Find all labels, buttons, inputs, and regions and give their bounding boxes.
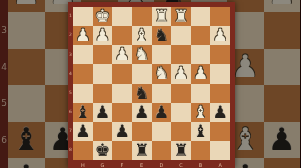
file-label-h: H [73,161,93,168]
square-a6[interactable]: ♟ [210,103,230,122]
white-pawn[interactable]: ♟ [114,46,129,63]
square-h7[interactable]: ♟ [73,122,93,141]
bg-square-a4 [264,49,301,86]
square-e1[interactable] [132,7,152,26]
square-a4[interactable] [210,64,230,83]
black-pawn[interactable]: ♟ [213,103,228,120]
black-knight[interactable]: ♞ [154,27,169,44]
square-a3[interactable] [210,45,230,64]
white-pawn[interactable]: ♟ [95,27,110,44]
bg-white-pawn: ♟ [231,51,259,82]
black-pawn[interactable]: ♟ [154,103,169,120]
black-pawn[interactable]: ♟ [95,103,110,120]
bg-black-pawn: ♟ [268,124,296,155]
square-h1[interactable] [73,7,93,26]
bg-rank-label-5: 5 [0,85,8,122]
background-rank-labels: 12345678 [0,0,8,168]
file-label-e: E [132,161,152,168]
white-pawn[interactable]: ♟ [173,65,188,82]
bg-black-bishop: ♝ [231,160,259,168]
square-c6[interactable] [171,103,191,122]
white-pawn[interactable]: ♟ [75,27,90,44]
square-b8[interactable] [191,141,211,160]
square-d4[interactable]: ♞ [152,64,172,83]
bg-square-h6: ♝ [8,122,45,159]
black-bishop[interactable]: ♝ [193,122,208,139]
bg-rank-label-7: 7 [0,158,8,168]
square-e5[interactable]: ♞ [132,84,152,103]
bg-rank-label-4: 4 [0,49,8,86]
bg-square-a3 [264,12,301,49]
square-d7[interactable] [152,122,172,141]
video-frame: 12345678 ♚♜♜♟♟♝♞♟♟♞♞♟♟♞♝♟♟♟♝♟♟♟♝♚♜♜ 1234… [0,0,300,168]
square-g6[interactable]: ♟ [93,103,113,122]
square-b6[interactable]: ♝ [191,103,211,122]
square-a7[interactable] [210,122,230,141]
square-b7[interactable]: ♝ [191,122,211,141]
square-h2[interactable]: ♟ [73,26,93,45]
background-board-left-frame: 12345678 [0,0,8,168]
bg-rank-label-3: 3 [0,12,8,49]
square-f4[interactable] [112,64,132,83]
square-f3[interactable]: ♟ [112,45,132,64]
black-pawn[interactable]: ♟ [75,122,90,139]
black-bishop[interactable]: ♝ [75,103,90,120]
file-label-f: F [112,161,132,168]
file-label-b: B [191,161,211,168]
square-g2[interactable]: ♟ [93,26,113,45]
bg-black-bishop: ♝ [12,124,40,155]
white-bishop[interactable]: ♝ [134,27,149,44]
square-e6[interactable]: ♟ [132,103,152,122]
square-h8[interactable] [73,141,93,160]
file-labels: HGFEDCBA [73,161,230,168]
square-e2[interactable]: ♝ [132,26,152,45]
square-e7[interactable] [132,122,152,141]
bg-square-a5 [264,85,301,122]
bg-white-bishop: ♝ [231,124,259,155]
square-b5[interactable] [191,84,211,103]
white-king[interactable]: ♚ [95,8,110,25]
square-d8[interactable] [152,141,172,160]
white-rook[interactable]: ♜ [154,8,169,25]
black-pawn[interactable]: ♟ [114,122,129,139]
bg-rank-label-2: 2 [0,0,8,12]
square-c3[interactable] [171,45,191,64]
chess-board-panel: 12345678 ♚♜♜♟♟♝♞♟♟♞♞♟♟♞♝♟♟♟♝♟♟♟♝♚♜♜ HGFE… [68,2,235,168]
square-g5[interactable] [93,84,113,103]
bg-rank-label-6: 6 [0,122,8,159]
square-a1[interactable] [210,7,230,26]
black-pawn[interactable]: ♟ [134,103,149,120]
square-g4[interactable] [93,64,113,83]
square-g8[interactable]: ♚ [93,141,113,160]
square-b4[interactable]: ♟ [191,64,211,83]
bg-white-pawn: ♟ [12,0,40,9]
file-label-g: G [93,161,113,168]
white-knight[interactable]: ♞ [154,65,169,82]
black-knight[interactable]: ♞ [134,84,149,101]
bg-square-h2: ♟ [8,0,45,12]
bg-square-h7: ♟ [8,158,45,168]
white-bishop[interactable]: ♝ [193,103,208,120]
square-e8[interactable]: ♜ [132,141,152,160]
black-rook[interactable]: ♜ [134,141,149,158]
square-a2[interactable]: ♟ [210,26,230,45]
file-label-a: A [210,161,230,168]
white-rook[interactable]: ♜ [173,8,188,25]
square-h3[interactable] [73,45,93,64]
square-e4[interactable] [132,64,152,83]
black-king[interactable]: ♚ [95,141,110,158]
square-f6[interactable] [112,103,132,122]
bg-square-a7 [264,158,301,168]
square-b2[interactable] [191,26,211,45]
square-f1[interactable] [112,7,132,26]
bg-black-pawn: ♟ [12,160,40,168]
square-f7[interactable]: ♟ [112,122,132,141]
square-g1[interactable]: ♚ [93,7,113,26]
square-h6[interactable]: ♝ [73,103,93,122]
square-f5[interactable] [112,84,132,103]
square-f2[interactable] [112,26,132,45]
square-d3[interactable] [152,45,172,64]
square-f8[interactable] [112,141,132,160]
square-d1[interactable]: ♜ [152,7,172,26]
square-a5[interactable] [210,84,230,103]
square-g7[interactable] [93,122,113,141]
square-d6[interactable]: ♟ [152,103,172,122]
bg-square-a6: ♟ [264,122,301,159]
white-pawn[interactable]: ♟ [213,27,228,44]
square-a8[interactable] [210,141,230,160]
square-b1[interactable] [191,7,211,26]
file-label-c: C [171,161,191,168]
bg-square-a2: ♟ [264,0,301,12]
square-c1[interactable]: ♜ [171,7,191,26]
bg-square-h5 [8,85,45,122]
square-c5[interactable] [171,84,191,103]
square-c7[interactable] [171,122,191,141]
square-g3[interactable] [93,45,113,64]
square-h4[interactable] [73,64,93,83]
bg-square-h3 [8,12,45,49]
square-c8[interactable]: ♜ [171,141,191,160]
white-knight[interactable]: ♞ [134,46,149,63]
chess-board[interactable]: ♚♜♜♟♟♝♞♟♟♞♞♟♟♞♝♟♟♟♝♟♟♟♝♚♜♜ [73,7,230,160]
square-h5[interactable] [73,84,93,103]
bg-white-pawn: ♟ [268,0,296,9]
square-e3[interactable]: ♞ [132,45,152,64]
white-pawn[interactable]: ♟ [193,65,208,82]
square-d5[interactable] [152,84,172,103]
square-d2[interactable]: ♞ [152,26,172,45]
bg-square-h4 [8,49,45,86]
black-rook[interactable]: ♜ [173,141,188,158]
square-b3[interactable] [191,45,211,64]
file-label-d: D [152,161,172,168]
square-c4[interactable]: ♟ [171,64,191,83]
square-c2[interactable] [171,26,191,45]
